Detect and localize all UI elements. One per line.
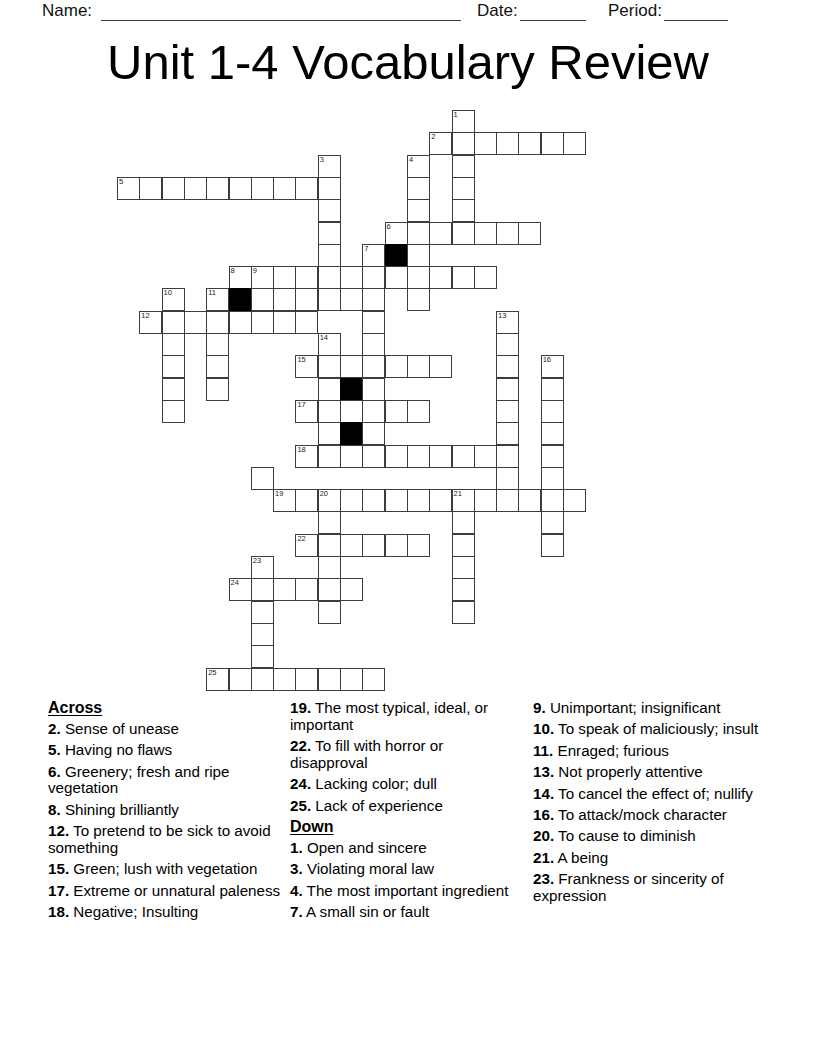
grid-cell[interactable]: [496, 489, 519, 512]
grid-cell[interactable]: [139, 177, 162, 200]
grid-cell[interactable]: [340, 355, 363, 378]
grid-cell[interactable]: [362, 288, 385, 311]
grid-cell[interactable]: [318, 445, 341, 468]
cell-number: 23: [253, 556, 261, 565]
grid-cell[interactable]: [496, 422, 519, 445]
crossword-board: 1234567891011121314151617181920212223242…: [117, 110, 587, 691]
worksheet-page: Name: Date: Period: Unit 1-4 Vocabulary …: [0, 0, 816, 1056]
grid-cell[interactable]: [407, 199, 430, 222]
cell-number: 24: [231, 578, 239, 587]
grid-cell[interactable]: 20: [318, 489, 341, 512]
grid-cell[interactable]: [318, 266, 341, 289]
grid-cell[interactable]: 23: [251, 556, 274, 579]
grid-cell[interactable]: [474, 266, 497, 289]
grid-cell[interactable]: [362, 400, 385, 423]
grid-cell[interactable]: [452, 222, 475, 245]
clue-across-19: 19. The most typical, ideal, or importan…: [290, 700, 516, 734]
clue-down-16: 16. To attack/mock character: [533, 807, 779, 824]
grid-cell[interactable]: 21: [452, 489, 475, 512]
cell-number: 12: [141, 311, 149, 320]
grid-cell[interactable]: [429, 355, 452, 378]
clue-across-5: 5. Having no flaws: [48, 742, 286, 759]
grid-cell[interactable]: [496, 400, 519, 423]
grid-cell[interactable]: [496, 132, 519, 155]
grid-cell[interactable]: [340, 445, 363, 468]
grid-cell[interactable]: [318, 222, 341, 245]
grid-cell[interactable]: [318, 244, 341, 267]
clue-across-15: 15. Green; lush with vegetation: [48, 861, 286, 878]
clue-across-24: 24. Lacking color; dull: [290, 776, 516, 793]
grid-cell[interactable]: 1: [452, 110, 475, 133]
grid-cell[interactable]: [273, 288, 296, 311]
cell-number: 1: [454, 110, 458, 119]
grid-cell[interactable]: [318, 668, 341, 691]
grid-cell[interactable]: [162, 311, 185, 334]
cell-number: 16: [543, 355, 551, 364]
cell-number: 9: [253, 266, 257, 275]
clue-across-25: 25. Lack of experience: [290, 798, 516, 815]
grid-cell[interactable]: [251, 645, 274, 668]
grid-cell[interactable]: [407, 355, 430, 378]
grid-cell[interactable]: [474, 132, 497, 155]
grid-cell[interactable]: [518, 222, 541, 245]
clue-across-22: 22. To fill with horror or disapproval: [290, 738, 516, 772]
grid-cell[interactable]: [273, 177, 296, 200]
grid-cell[interactable]: [407, 244, 430, 267]
grid-cell[interactable]: [362, 489, 385, 512]
grid-cell[interactable]: [318, 422, 341, 445]
grid-cell[interactable]: [518, 132, 541, 155]
grid-cell[interactable]: [452, 601, 475, 624]
grid-cell[interactable]: [273, 668, 296, 691]
grid-cell[interactable]: [407, 177, 430, 200]
cell-number: 22: [297, 534, 305, 543]
clue-across-8: 8. Shining brilliantly: [48, 802, 286, 819]
grid-cell[interactable]: [340, 266, 363, 289]
grid-cell[interactable]: [407, 534, 430, 557]
page-title: Unit 1-4 Vocabulary Review: [0, 34, 816, 90]
cell-number: 3: [320, 155, 324, 164]
grid-cell[interactable]: [362, 311, 385, 334]
grid-cell[interactable]: [362, 266, 385, 289]
grid-cell[interactable]: [340, 578, 363, 601]
grid-cell[interactable]: [295, 668, 318, 691]
clue-down-20: 20. To cause to diminish: [533, 828, 779, 845]
grid-cell[interactable]: [206, 177, 229, 200]
period-label: Period:: [608, 1, 662, 21]
grid-cell[interactable]: [340, 534, 363, 557]
grid-cell[interactable]: [251, 288, 274, 311]
grid-cell[interactable]: [318, 601, 341, 624]
grid-cell[interactable]: [541, 422, 564, 445]
cell-number: 25: [208, 668, 216, 677]
clue-down-23: 23. Frankness or sincerity of expression: [533, 871, 779, 905]
grid-cell[interactable]: [206, 311, 229, 334]
grid-cell[interactable]: [318, 534, 341, 557]
cell-number: 8: [231, 266, 235, 275]
grid-cell[interactable]: [273, 311, 296, 334]
grid-cell[interactable]: [295, 288, 318, 311]
cell-number: 17: [297, 400, 305, 409]
clue-down-1: 1. Open and sincere: [290, 840, 516, 857]
grid-cell[interactable]: [295, 177, 318, 200]
grid-cell[interactable]: [385, 445, 408, 468]
cell-number: 11: [208, 288, 216, 297]
grid-cell[interactable]: 2: [429, 132, 452, 155]
grid-cell[interactable]: [518, 489, 541, 512]
grid-cell[interactable]: [318, 288, 341, 311]
grid-cell[interactable]: [474, 489, 497, 512]
grid-cell[interactable]: [229, 177, 252, 200]
black-cell: [340, 422, 363, 445]
grid-cell[interactable]: [162, 378, 185, 401]
down-header: Down: [290, 819, 516, 836]
grid-cell[interactable]: 10: [162, 288, 185, 311]
grid-cell[interactable]: [496, 378, 519, 401]
grid-cell[interactable]: [452, 132, 475, 155]
clues-column-middle: 19. The most typical, ideal, or importan…: [290, 700, 516, 926]
name-blank-line[interactable]: [101, 4, 461, 21]
cell-number: 21: [454, 489, 462, 498]
grid-cell[interactable]: 5: [117, 177, 140, 200]
clue-down-9: 9. Unimportant; insignificant: [533, 700, 779, 717]
grid-cell[interactable]: [563, 489, 586, 512]
cell-number: 18: [297, 445, 305, 454]
grid-cell[interactable]: [251, 311, 274, 334]
grid-cell[interactable]: [541, 445, 564, 468]
grid-cell[interactable]: 25: [206, 668, 229, 691]
grid-cell[interactable]: [273, 266, 296, 289]
grid-cell[interactable]: [362, 378, 385, 401]
clue-across-17: 17. Extreme or unnatural paleness: [48, 883, 286, 900]
grid-cell[interactable]: [340, 400, 363, 423]
black-cell: [340, 378, 363, 401]
grid-cell[interactable]: [541, 534, 564, 557]
grid-cell[interactable]: [251, 668, 274, 691]
clue-down-7: 7. A small sin or fault: [290, 904, 516, 921]
grid-cell[interactable]: [541, 378, 564, 401]
grid-cell[interactable]: [452, 534, 475, 557]
grid-cell[interactable]: [429, 489, 452, 512]
grid-cell[interactable]: 13: [496, 311, 519, 334]
grid-cell[interactable]: [407, 489, 430, 512]
grid-cell[interactable]: [362, 355, 385, 378]
cell-number: 14: [320, 333, 328, 342]
grid-cell[interactable]: [184, 177, 207, 200]
grid-cell[interactable]: [251, 578, 274, 601]
grid-cell[interactable]: [452, 445, 475, 468]
cell-number: 4: [409, 155, 413, 164]
grid-cell[interactable]: [429, 266, 452, 289]
grid-cell[interactable]: 4: [407, 155, 430, 178]
grid-cell[interactable]: 18: [295, 445, 318, 468]
grid-cell[interactable]: 24: [229, 578, 252, 601]
grid-cell[interactable]: [362, 445, 385, 468]
cell-number: 19: [275, 489, 283, 498]
grid-cell[interactable]: [407, 266, 430, 289]
black-cell: [385, 244, 408, 267]
grid-cell[interactable]: [541, 400, 564, 423]
clue-across-2: 2. Sense of unease: [48, 721, 286, 738]
clue-down-13: 13. Not properly attentive: [533, 764, 779, 781]
cell-number: 13: [498, 311, 506, 320]
grid-cell[interactable]: [496, 355, 519, 378]
grid-cell[interactable]: 22: [295, 534, 318, 557]
grid-cell[interactable]: 14: [318, 333, 341, 356]
grid-cell[interactable]: 16: [541, 355, 564, 378]
grid-cell[interactable]: [407, 288, 430, 311]
grid-cell[interactable]: [162, 177, 185, 200]
grid-cell[interactable]: [162, 400, 185, 423]
across-header: Across: [48, 700, 286, 717]
grid-cell[interactable]: [340, 668, 363, 691]
grid-cell[interactable]: [318, 511, 341, 534]
grid-cell[interactable]: [273, 578, 296, 601]
cell-number: 20: [320, 489, 328, 498]
grid-cell[interactable]: [318, 400, 341, 423]
clue-down-21: 21. A being: [533, 850, 779, 867]
grid-cell[interactable]: [407, 222, 430, 245]
grid-cell[interactable]: [385, 489, 408, 512]
grid-cell[interactable]: [541, 132, 564, 155]
grid-cell[interactable]: [496, 445, 519, 468]
grid-cell[interactable]: [474, 445, 497, 468]
clue-down-3: 3. Violating moral law: [290, 861, 516, 878]
grid-cell[interactable]: [452, 155, 475, 178]
grid-cell[interactable]: [295, 311, 318, 334]
grid-cell[interactable]: [496, 467, 519, 490]
grid-cell[interactable]: [385, 355, 408, 378]
grid-cell[interactable]: [162, 355, 185, 378]
grid-cell[interactable]: [452, 266, 475, 289]
grid-cell[interactable]: [407, 400, 430, 423]
grid-cell[interactable]: [229, 668, 252, 691]
grid-cell[interactable]: 11: [206, 288, 229, 311]
cell-number: 15: [297, 355, 305, 364]
grid-cell[interactable]: [385, 266, 408, 289]
grid-cell[interactable]: [295, 266, 318, 289]
grid-cell[interactable]: [474, 222, 497, 245]
grid-cell[interactable]: 9: [251, 266, 274, 289]
grid-cell[interactable]: [362, 534, 385, 557]
grid-cell[interactable]: [318, 177, 341, 200]
clues-column-down: 9. Unimportant; insignificant10. To spea…: [533, 700, 779, 909]
grid-cell[interactable]: [452, 556, 475, 579]
grid-cell[interactable]: [251, 467, 274, 490]
grid-cell[interactable]: [541, 511, 564, 534]
cell-number: 7: [364, 244, 368, 253]
grid-cell[interactable]: [295, 489, 318, 512]
clue-across-6: 6. Greenery; fresh and ripe vegetation: [48, 764, 286, 798]
grid-cell[interactable]: [251, 177, 274, 200]
grid-cell[interactable]: [318, 556, 341, 579]
grid-cell[interactable]: [318, 378, 341, 401]
cell-number: 2: [431, 132, 435, 141]
grid-cell[interactable]: 3: [318, 155, 341, 178]
grid-cell[interactable]: [206, 378, 229, 401]
cell-number: 10: [164, 288, 172, 297]
grid-cell[interactable]: [251, 601, 274, 624]
grid-cell[interactable]: [206, 333, 229, 356]
grid-cell[interactable]: [407, 445, 430, 468]
grid-cell[interactable]: [340, 489, 363, 512]
black-cell: [229, 288, 252, 311]
clue-down-14: 14. To cancel the effect of; nullify: [533, 786, 779, 803]
grid-cell[interactable]: [251, 623, 274, 646]
cell-number: 6: [387, 222, 391, 231]
grid-cell[interactable]: [452, 578, 475, 601]
grid-cell[interactable]: [452, 199, 475, 222]
grid-cell[interactable]: [229, 311, 252, 334]
grid-cell[interactable]: [162, 333, 185, 356]
name-label: Name:: [42, 1, 92, 21]
grid-cell[interactable]: [429, 445, 452, 468]
date-label: Date:: [477, 1, 518, 21]
grid-cell[interactable]: 7: [362, 244, 385, 267]
grid-cell[interactable]: 19: [273, 489, 296, 512]
grid-cell[interactable]: [318, 355, 341, 378]
grid-cell[interactable]: [362, 422, 385, 445]
grid-cell[interactable]: 17: [295, 400, 318, 423]
grid-cell[interactable]: [184, 311, 207, 334]
grid-cell[interactable]: [318, 199, 341, 222]
grid-cell[interactable]: [206, 355, 229, 378]
grid-cell[interactable]: 15: [295, 355, 318, 378]
clue-down-4: 4. The most important ingredient: [290, 883, 516, 900]
clue-down-11: 11. Enraged; furious: [533, 743, 779, 760]
grid-cell[interactable]: [340, 288, 363, 311]
grid-cell[interactable]: [452, 511, 475, 534]
grid-cell[interactable]: [496, 222, 519, 245]
clue-across-18: 18. Negative; Insulting: [48, 904, 286, 921]
clue-across-12: 12. To pretend to be sick to avoid somet…: [48, 823, 286, 857]
grid-cell[interactable]: 6: [385, 222, 408, 245]
grid-cell[interactable]: [541, 467, 564, 490]
grid-cell[interactable]: [429, 222, 452, 245]
grid-cell[interactable]: [452, 177, 475, 200]
date-blank-line[interactable]: [520, 4, 586, 21]
clues-column-across: Across2. Sense of unease5. Having no fla…: [48, 700, 286, 926]
grid-cell[interactable]: 8: [229, 266, 252, 289]
cell-number: 5: [119, 177, 123, 186]
grid-cell[interactable]: [496, 333, 519, 356]
clue-down-10: 10. To speak of maliciously; insult: [533, 721, 779, 738]
grid-cell[interactable]: [362, 668, 385, 691]
grid-cell[interactable]: [385, 534, 408, 557]
grid-cell[interactable]: [362, 333, 385, 356]
period-blank-line[interactable]: [664, 4, 728, 21]
grid-cell[interactable]: [385, 400, 408, 423]
grid-cell[interactable]: [318, 578, 341, 601]
grid-cell[interactable]: [563, 132, 586, 155]
grid-cell[interactable]: [541, 489, 564, 512]
grid-cell[interactable]: [295, 578, 318, 601]
grid-cell[interactable]: 12: [139, 311, 162, 334]
